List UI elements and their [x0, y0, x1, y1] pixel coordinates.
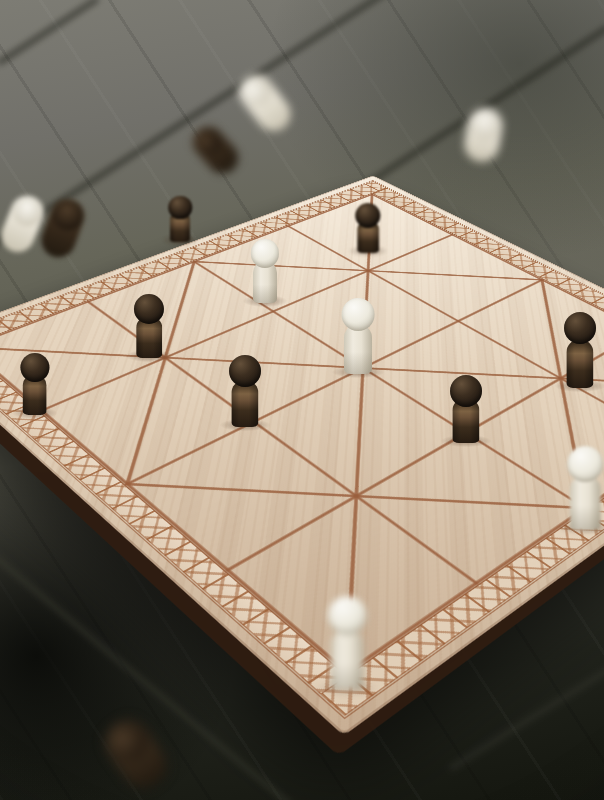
- peg-head: [450, 375, 482, 407]
- peg-head: [48, 195, 87, 234]
- peg-head: [229, 355, 261, 387]
- peg-head: [467, 106, 503, 142]
- photo-stage: [0, 0, 604, 800]
- peg-head: [567, 446, 603, 482]
- piece-light-r2c1[interactable]: [250, 239, 280, 303]
- peg-body: [570, 476, 600, 530]
- peg-head: [234, 70, 277, 113]
- peg-body: [566, 340, 593, 389]
- piece-dark-r2c0[interactable]: [168, 196, 193, 242]
- captured-piece-table-dark-3[interactable]: [97, 712, 174, 796]
- peg-head: [564, 312, 596, 344]
- peg-body: [344, 325, 372, 374]
- piece-dark-r3c1[interactable]: [133, 294, 165, 358]
- peg-head: [134, 294, 164, 324]
- captured-piece-table-dark-2[interactable]: [37, 194, 89, 262]
- peg-head: [328, 596, 367, 635]
- captured-piece-table-light-2[interactable]: [461, 105, 505, 164]
- peg-head: [168, 196, 192, 220]
- piece-dark-r1c1[interactable]: [355, 203, 382, 253]
- peg-body: [331, 630, 364, 690]
- piece-dark-r4c1[interactable]: [19, 353, 50, 415]
- peg-head: [342, 298, 375, 331]
- peg-head: [100, 714, 155, 769]
- peg-head: [188, 122, 227, 161]
- peg-body: [231, 381, 258, 427]
- peg-head: [8, 192, 47, 231]
- captured-piece-table-light-1[interactable]: [233, 68, 298, 138]
- piece-light-r2c2[interactable]: [341, 298, 376, 374]
- piece-dark-r3c2[interactable]: [228, 355, 262, 427]
- peg-body: [253, 262, 277, 303]
- piece-dark-r2c3[interactable]: [449, 375, 483, 443]
- peg-head: [20, 353, 49, 382]
- pieces-layer: [0, 0, 604, 800]
- captured-piece-table-light-3[interactable]: [0, 191, 48, 257]
- piece-light-r2c4[interactable]: [566, 446, 604, 530]
- peg-head: [251, 239, 279, 267]
- piece-light-r4c4[interactable]: [327, 596, 368, 690]
- piece-dark-r1c3[interactable]: [563, 312, 597, 388]
- captured-piece-table-dark-1[interactable]: [186, 120, 244, 179]
